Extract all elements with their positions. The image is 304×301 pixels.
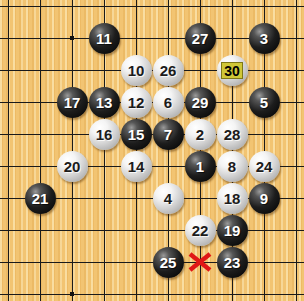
intersection-c5-r4[interactable]: 7 — [152, 118, 184, 150]
intersection-c7-r6[interactable]: 18 — [216, 182, 248, 214]
intersection-c2-r2[interactable] — [56, 54, 88, 86]
intersection-c4-r2[interactable]: 10 — [120, 54, 152, 86]
intersection-c6-r5[interactable]: 1 — [184, 150, 216, 182]
move-number: 12 — [128, 95, 145, 110]
move-number: 23 — [224, 255, 241, 270]
intersection-c5-r9[interactable] — [152, 278, 184, 301]
intersection-c4-r7[interactable] — [120, 214, 152, 246]
move-number: 7 — [164, 127, 172, 142]
intersection-c4-r4[interactable]: 15 — [120, 118, 152, 150]
intersection-c3-r4[interactable]: 16 — [88, 118, 120, 150]
stone-b27: 27 — [185, 23, 216, 54]
move-number: 20 — [64, 159, 81, 174]
intersection-c2-r6[interactable] — [56, 182, 88, 214]
intersection-c4-r6[interactable] — [120, 182, 152, 214]
intersection-c6-r9[interactable] — [184, 278, 216, 301]
intersection-c9-r1[interactable] — [280, 22, 304, 54]
stone-w8: 8 — [217, 151, 248, 182]
intersection-c4-r9[interactable] — [120, 278, 152, 301]
intersection-c5-r2[interactable]: 26 — [152, 54, 184, 86]
intersection-c1-r7[interactable] — [24, 214, 56, 246]
intersection-c6-r3[interactable]: 29 — [184, 86, 216, 118]
stone-w26: 26 — [153, 55, 184, 86]
stone-w20: 20 — [57, 151, 88, 182]
stone-w6: 6 — [153, 87, 184, 118]
intersection-c9-r7[interactable] — [280, 214, 304, 246]
intersection-c3-r1[interactable]: 11 — [88, 22, 120, 54]
intersection-c3-r3[interactable]: 13 — [88, 86, 120, 118]
move-number: 26 — [160, 63, 177, 78]
intersection-c3-r8[interactable] — [88, 246, 120, 278]
intersection-c9-r9[interactable] — [280, 278, 304, 301]
intersection-c9-r2[interactable] — [280, 54, 304, 86]
intersection-c0-r8[interactable] — [0, 246, 24, 278]
intersection-c1-r6[interactable]: 21 — [24, 182, 56, 214]
intersection-c5-r5[interactable] — [152, 150, 184, 182]
intersection-c1-r1[interactable] — [24, 22, 56, 54]
move-number: 10 — [128, 63, 145, 78]
intersection-c5-r3[interactable]: 6 — [152, 86, 184, 118]
intersection-c9-r8[interactable] — [280, 246, 304, 278]
intersection-c7-r2[interactable]: 30 — [216, 54, 248, 86]
stone-b11: 11 — [89, 23, 120, 54]
intersection-c1-r4[interactable] — [24, 118, 56, 150]
intersection-c2-r1[interactable] — [56, 22, 88, 54]
stone-b1: 1 — [185, 151, 216, 182]
intersection-c3-r7[interactable] — [88, 214, 120, 246]
intersection-c3-r9[interactable] — [88, 278, 120, 301]
intersection-c7-r7[interactable]: 19 — [216, 214, 248, 246]
stone-b9: 9 — [249, 183, 280, 214]
stone-w4: 4 — [153, 183, 184, 214]
go-board-viewport: 1127310263017131262951615722820141824214… — [0, 0, 304, 301]
move-number: 17 — [64, 95, 81, 110]
intersection-c0-r4[interactable] — [0, 118, 24, 150]
stone-w10: 10 — [121, 55, 152, 86]
intersection-c7-r0[interactable] — [216, 0, 248, 22]
intersection-c7-r8[interactable]: 23 — [216, 246, 248, 278]
move-number: 13 — [96, 95, 113, 110]
stone-b3: 3 — [249, 23, 280, 54]
move-number: 11 — [96, 31, 112, 46]
intersection-c9-r5[interactable] — [280, 150, 304, 182]
intersection-c3-r6[interactable] — [88, 182, 120, 214]
intersection-c4-r0[interactable] — [120, 0, 152, 22]
intersection-c1-r9[interactable] — [24, 278, 56, 301]
intersection-c8-r0[interactable] — [248, 0, 280, 22]
move-number: 30 — [221, 62, 243, 79]
move-number: 5 — [260, 95, 268, 110]
intersection-c0-r6[interactable] — [0, 182, 24, 214]
stone-w22: 22 — [185, 215, 216, 246]
star-point — [70, 36, 74, 40]
intersection-c6-r8[interactable] — [184, 246, 216, 278]
intersection-c1-r2[interactable] — [24, 54, 56, 86]
intersection-c8-r1[interactable]: 3 — [248, 22, 280, 54]
stone-b7: 7 — [153, 119, 184, 150]
move-number: 28 — [224, 127, 241, 142]
move-number: 8 — [228, 159, 236, 174]
intersection-c2-r8[interactable] — [56, 246, 88, 278]
stone-w12: 12 — [121, 87, 152, 118]
move-number: 9 — [260, 191, 268, 206]
move-number: 29 — [192, 95, 209, 110]
intersection-c8-r4[interactable] — [248, 118, 280, 150]
intersection-c3-r5[interactable] — [88, 150, 120, 182]
move-number: 1 — [196, 159, 204, 174]
move-number: 2 — [196, 127, 204, 142]
intersection-c9-r6[interactable] — [280, 182, 304, 214]
intersection-c8-r6[interactable]: 9 — [248, 182, 280, 214]
intersection-c4-r8[interactable] — [120, 246, 152, 278]
intersection-c6-r4[interactable]: 2 — [184, 118, 216, 150]
intersection-c2-r7[interactable] — [56, 214, 88, 246]
move-number: 19 — [224, 223, 241, 238]
board-grid: 1127310263017131262951615722820141824214… — [0, 0, 304, 301]
star-point — [70, 292, 74, 296]
stone-b13: 13 — [89, 87, 120, 118]
stone-b23: 23 — [217, 247, 248, 278]
intersection-c5-r7[interactable] — [152, 214, 184, 246]
intersection-c0-r7[interactable] — [0, 214, 24, 246]
stone-w14: 14 — [121, 151, 152, 182]
stone-b29: 29 — [185, 87, 216, 118]
intersection-c3-r2[interactable] — [88, 54, 120, 86]
stone-b5: 5 — [249, 87, 280, 118]
move-number: 16 — [96, 127, 113, 142]
red-cross-mark — [188, 251, 212, 273]
intersection-c3-r0[interactable] — [88, 0, 120, 22]
intersection-c8-r5[interactable]: 24 — [248, 150, 280, 182]
intersection-c6-r7[interactable]: 22 — [184, 214, 216, 246]
intersection-c6-r6[interactable] — [184, 182, 216, 214]
intersection-c2-r9[interactable] — [56, 278, 88, 301]
move-number: 24 — [256, 159, 273, 174]
intersection-c6-r1[interactable]: 27 — [184, 22, 216, 54]
intersection-c7-r3[interactable] — [216, 86, 248, 118]
move-number: 3 — [260, 31, 268, 46]
intersection-c7-r1[interactable] — [216, 22, 248, 54]
stone-b15: 15 — [121, 119, 152, 150]
move-number: 22 — [192, 223, 209, 238]
move-number: 21 — [32, 191, 49, 206]
intersection-c0-r2[interactable] — [0, 54, 24, 86]
intersection-c0-r5[interactable] — [0, 150, 24, 182]
intersection-c1-r8[interactable] — [24, 246, 56, 278]
intersection-c1-r0[interactable] — [24, 0, 56, 22]
move-number: 18 — [224, 191, 241, 206]
intersection-c1-r3[interactable] — [24, 86, 56, 118]
stone-w30: 30 — [217, 55, 248, 86]
intersection-c8-r7[interactable] — [248, 214, 280, 246]
intersection-c4-r3[interactable]: 12 — [120, 86, 152, 118]
intersection-c2-r5[interactable]: 20 — [56, 150, 88, 182]
stone-w16: 16 — [89, 119, 120, 150]
intersection-c9-r0[interactable] — [280, 0, 304, 22]
intersection-c8-r8[interactable] — [248, 246, 280, 278]
intersection-c6-r0[interactable] — [184, 0, 216, 22]
stone-b25: 25 — [153, 247, 184, 278]
intersection-c4-r1[interactable] — [120, 22, 152, 54]
stone-b17: 17 — [57, 87, 88, 118]
intersection-c7-r5[interactable]: 8 — [216, 150, 248, 182]
stone-w28: 28 — [217, 119, 248, 150]
intersection-c8-r2[interactable] — [248, 54, 280, 86]
intersection-c0-r0[interactable] — [0, 0, 24, 22]
intersection-c5-r8[interactable]: 25 — [152, 246, 184, 278]
intersection-c7-r4[interactable]: 28 — [216, 118, 248, 150]
intersection-c0-r3[interactable] — [0, 86, 24, 118]
intersection-c6-r2[interactable] — [184, 54, 216, 86]
move-number: 14 — [128, 159, 145, 174]
intersection-c2-r4[interactable] — [56, 118, 88, 150]
stone-b19: 19 — [217, 215, 248, 246]
intersection-c0-r1[interactable] — [0, 22, 24, 54]
move-number: 25 — [160, 255, 177, 270]
stone-w2: 2 — [185, 119, 216, 150]
move-number: 6 — [164, 95, 172, 110]
stone-w24: 24 — [249, 151, 280, 182]
intersection-c2-r0[interactable] — [56, 0, 88, 22]
intersection-c4-r5[interactable]: 14 — [120, 150, 152, 182]
intersection-c9-r3[interactable] — [280, 86, 304, 118]
move-number: 4 — [164, 191, 172, 206]
intersection-c5-r1[interactable] — [152, 22, 184, 54]
intersection-c8-r3[interactable]: 5 — [248, 86, 280, 118]
intersection-c5-r0[interactable] — [152, 0, 184, 22]
stone-b21: 21 — [25, 183, 56, 214]
move-number: 27 — [192, 31, 209, 46]
intersection-c5-r6[interactable]: 4 — [152, 182, 184, 214]
intersection-c9-r4[interactable] — [280, 118, 304, 150]
intersection-c8-r9[interactable] — [248, 278, 280, 301]
intersection-c7-r9[interactable] — [216, 278, 248, 301]
intersection-c2-r3[interactable]: 17 — [56, 86, 88, 118]
intersection-c1-r5[interactable] — [24, 150, 56, 182]
move-number: 15 — [128, 127, 145, 142]
intersection-c0-r9[interactable] — [0, 278, 24, 301]
stone-w18: 18 — [217, 183, 248, 214]
